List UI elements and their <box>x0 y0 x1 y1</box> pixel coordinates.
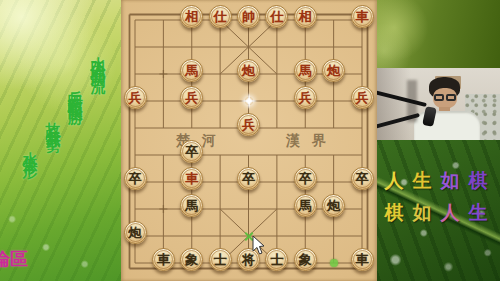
piece-glyph: 士 <box>270 253 283 266</box>
piece-black-horse[interactable]: 馬 <box>294 194 317 217</box>
piece-red-cannon[interactable]: 炮 <box>237 59 260 82</box>
marker-sparkle <box>241 93 257 109</box>
piece-glyph: 相 <box>299 10 312 23</box>
piece-glyph: 炮 <box>327 64 340 77</box>
poem-column-1: 水因地而制流 <box>89 45 107 69</box>
piece-glyph: 兵 <box>242 118 255 131</box>
piece-glyph: 炮 <box>327 199 340 212</box>
piece-glyph: 卒 <box>129 172 142 185</box>
piece-glyph: 車 <box>185 172 198 185</box>
piece-glyph: 車 <box>157 253 170 266</box>
piece-glyph: 仕 <box>214 10 227 23</box>
piece-glyph: 卒 <box>242 172 255 185</box>
piece-red-chariot[interactable]: 車 <box>351 5 374 28</box>
piece-glyph: 車 <box>356 10 369 23</box>
piece-black-soldier[interactable]: 卒 <box>124 167 147 190</box>
poem-column-3: 故兵無常勢 <box>44 110 62 130</box>
sparkle-core <box>245 97 253 105</box>
motto-char: 人 <box>380 168 408 194</box>
piece-red-advisor[interactable]: 仕 <box>265 5 288 28</box>
piece-black-chariot[interactable]: 車 <box>152 248 175 271</box>
piece-red-elephant[interactable]: 相 <box>294 5 317 28</box>
right-panel: 人生如棋 棋如人生 <box>377 0 500 281</box>
webcam-video <box>377 68 500 140</box>
piece-black-soldier[interactable]: 卒 <box>180 140 203 163</box>
grass-background-top <box>377 0 500 68</box>
piece-black-cannon[interactable]: 炮 <box>124 221 147 244</box>
comment-area-label: 論區 <box>0 247 28 271</box>
piece-black-cannon[interactable]: 炮 <box>322 194 345 217</box>
motto-char: 生 <box>408 168 436 194</box>
piece-black-horse[interactable]: 馬 <box>180 194 203 217</box>
piece-red-soldier[interactable]: 兵 <box>124 86 147 109</box>
piece-black-soldier[interactable]: 卒 <box>294 167 317 190</box>
glasses-left-lens <box>434 94 444 101</box>
piece-glyph: 馬 <box>299 199 312 212</box>
motto-char: 如 <box>436 168 464 194</box>
piece-black-elephant[interactable]: 象 <box>180 248 203 271</box>
piece-black-elephant[interactable]: 象 <box>294 248 317 271</box>
wall-shadow <box>377 68 411 140</box>
piece-red-horse[interactable]: 馬 <box>180 59 203 82</box>
motto-char: 棋 <box>464 168 492 194</box>
piece-red-soldier[interactable]: 兵 <box>294 86 317 109</box>
piece-glyph: 象 <box>299 253 312 266</box>
piece-red-king[interactable]: 帥 <box>237 5 260 28</box>
piece-black-soldier[interactable]: 卒 <box>351 167 374 190</box>
motto-char: 棋 <box>380 200 408 226</box>
piece-red-advisor[interactable]: 仕 <box>209 5 232 28</box>
motto-line-1: 人生如棋 <box>380 168 492 194</box>
piece-black-advisor[interactable]: 士 <box>209 248 232 271</box>
river-label-right: 漢界 <box>286 132 338 150</box>
piece-glyph: 帥 <box>242 10 255 23</box>
piece-red-soldier[interactable]: 兵 <box>237 113 260 136</box>
piece-glyph: 兵 <box>185 91 198 104</box>
piece-glyph: 兵 <box>356 91 369 104</box>
piece-glyph: 馬 <box>185 199 198 212</box>
piece-glyph: 卒 <box>356 172 369 185</box>
marker-green-dot <box>330 259 338 267</box>
piece-glyph: 炮 <box>242 64 255 77</box>
piece-black-advisor[interactable]: 士 <box>265 248 288 271</box>
piece-red-cannon[interactable]: 炮 <box>322 59 345 82</box>
motto-line-2: 棋如人生 <box>380 200 492 226</box>
piece-glyph: 象 <box>185 253 198 266</box>
piece-glyph: 卒 <box>299 172 312 185</box>
piece-glyph: 士 <box>214 253 227 266</box>
motto-char: 如 <box>408 200 436 226</box>
poem-column-4: 水無常形 <box>21 140 39 156</box>
piece-red-soldier[interactable]: 兵 <box>180 86 203 109</box>
piece-glyph: 車 <box>356 253 369 266</box>
piece-red-soldier[interactable]: 兵 <box>351 86 374 109</box>
piece-glyph: 卒 <box>185 145 198 158</box>
motto-char: 生 <box>464 200 492 226</box>
piece-glyph: 馬 <box>185 64 198 77</box>
piece-glyph: 相 <box>185 10 198 23</box>
piece-black-chariot[interactable]: 車 <box>351 248 374 271</box>
left-grass-panel: 水因地而制流 兵因敵而制勝 故兵無常勢 水無常形 論區 <box>0 0 121 281</box>
xiangqi-board[interactable]: 楚河 漢界 相仕帥仕相車馬炮馬炮兵兵兵兵兵車卒卒卒卒卒馬馬炮炮車象士将士象車 <box>121 0 377 281</box>
piece-red-chariot[interactable]: 車 <box>180 167 203 190</box>
piece-glyph: 兵 <box>129 91 142 104</box>
glasses-right-lens <box>446 94 456 101</box>
piece-glyph: 兵 <box>299 91 312 104</box>
piece-red-elephant[interactable]: 相 <box>180 5 203 28</box>
motto-char: 人 <box>436 200 464 226</box>
piece-black-soldier[interactable]: 卒 <box>237 167 260 190</box>
piece-glyph: 炮 <box>129 226 142 239</box>
piece-glyph: 仕 <box>270 10 283 23</box>
piece-glyph: 馬 <box>299 64 312 77</box>
stream-frame: 水因地而制流 兵因敵而制勝 故兵無常勢 水無常形 論區 楚河 漢界 相仕帥仕相車… <box>0 0 500 281</box>
mouse-cursor <box>252 236 265 255</box>
piece-red-horse[interactable]: 馬 <box>294 59 317 82</box>
poem-column-2: 兵因敵而制勝 <box>66 78 84 102</box>
